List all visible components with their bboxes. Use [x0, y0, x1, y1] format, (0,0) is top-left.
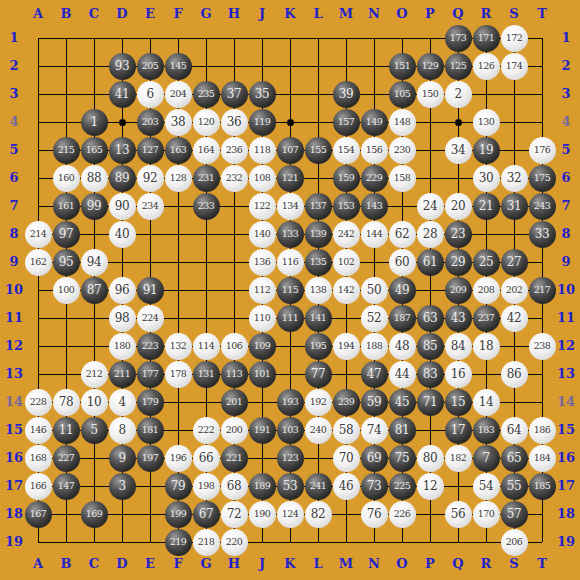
intersection-D19[interactable] — [108, 528, 136, 556]
intersection-K4[interactable] — [276, 108, 304, 136]
intersection-E1[interactable] — [136, 24, 164, 52]
intersection-H8[interactable] — [220, 220, 248, 248]
intersection-O1[interactable] — [388, 24, 416, 52]
intersection-R5[interactable]: 19 — [472, 136, 500, 164]
intersection-H10[interactable] — [220, 276, 248, 304]
intersection-A13[interactable] — [24, 360, 52, 388]
intersection-Q12[interactable]: 84 — [444, 332, 472, 360]
intersection-B13[interactable] — [52, 360, 80, 388]
intersection-K2[interactable] — [276, 52, 304, 80]
intersection-G10[interactable] — [192, 276, 220, 304]
intersection-F8[interactable] — [164, 220, 192, 248]
intersection-G18[interactable]: 67 — [192, 500, 220, 528]
intersection-A19[interactable] — [24, 528, 52, 556]
intersection-C5[interactable]: 165 — [80, 136, 108, 164]
intersection-T19[interactable] — [528, 528, 556, 556]
intersection-O12[interactable]: 48 — [388, 332, 416, 360]
intersection-T16[interactable]: 184 — [528, 444, 556, 472]
intersection-L13[interactable]: 77 — [304, 360, 332, 388]
intersection-L17[interactable]: 241 — [304, 472, 332, 500]
intersection-P4[interactable] — [416, 108, 444, 136]
intersection-S17[interactable]: 55 — [500, 472, 528, 500]
intersection-Q8[interactable]: 23 — [444, 220, 472, 248]
intersection-M12[interactable]: 194 — [332, 332, 360, 360]
intersection-A17[interactable]: 166 — [24, 472, 52, 500]
intersection-T3[interactable] — [528, 80, 556, 108]
intersection-F1[interactable] — [164, 24, 192, 52]
intersection-P9[interactable]: 61 — [416, 248, 444, 276]
intersection-H5[interactable]: 236 — [220, 136, 248, 164]
intersection-B1[interactable] — [52, 24, 80, 52]
intersection-R15[interactable]: 183 — [472, 416, 500, 444]
intersection-Q16[interactable]: 182 — [444, 444, 472, 472]
intersection-H14[interactable]: 201 — [220, 388, 248, 416]
intersection-K18[interactable]: 124 — [276, 500, 304, 528]
intersection-M11[interactable] — [332, 304, 360, 332]
intersection-G6[interactable]: 231 — [192, 164, 220, 192]
intersection-E2[interactable]: 205 — [136, 52, 164, 80]
intersection-O5[interactable]: 230 — [388, 136, 416, 164]
intersection-M14[interactable]: 239 — [332, 388, 360, 416]
intersection-E17[interactable] — [136, 472, 164, 500]
intersection-F14[interactable] — [164, 388, 192, 416]
intersection-J13[interactable]: 101 — [248, 360, 276, 388]
intersection-D3[interactable]: 41 — [108, 80, 136, 108]
intersection-C15[interactable]: 5 — [80, 416, 108, 444]
intersection-T11[interactable] — [528, 304, 556, 332]
intersection-J17[interactable]: 189 — [248, 472, 276, 500]
intersection-E14[interactable]: 179 — [136, 388, 164, 416]
intersection-T4[interactable] — [528, 108, 556, 136]
intersection-G3[interactable]: 235 — [192, 80, 220, 108]
intersection-G14[interactable] — [192, 388, 220, 416]
intersection-N2[interactable] — [360, 52, 388, 80]
intersection-F16[interactable]: 196 — [164, 444, 192, 472]
intersection-D8[interactable]: 40 — [108, 220, 136, 248]
intersection-S13[interactable]: 86 — [500, 360, 528, 388]
intersection-K8[interactable]: 133 — [276, 220, 304, 248]
intersection-D2[interactable]: 93 — [108, 52, 136, 80]
intersection-S16[interactable]: 65 — [500, 444, 528, 472]
intersection-D5[interactable]: 13 — [108, 136, 136, 164]
intersection-T14[interactable] — [528, 388, 556, 416]
intersection-H17[interactable]: 68 — [220, 472, 248, 500]
intersection-T7[interactable]: 243 — [528, 192, 556, 220]
intersection-D18[interactable] — [108, 500, 136, 528]
intersection-P7[interactable]: 24 — [416, 192, 444, 220]
intersection-Q6[interactable] — [444, 164, 472, 192]
intersection-E18[interactable] — [136, 500, 164, 528]
intersection-S19[interactable]: 206 — [500, 528, 528, 556]
intersection-H11[interactable] — [220, 304, 248, 332]
intersection-T15[interactable]: 186 — [528, 416, 556, 444]
intersection-L14[interactable]: 192 — [304, 388, 332, 416]
intersection-T1[interactable] — [528, 24, 556, 52]
intersection-O17[interactable]: 225 — [388, 472, 416, 500]
intersection-O3[interactable]: 105 — [388, 80, 416, 108]
intersection-A8[interactable]: 214 — [24, 220, 52, 248]
intersection-D11[interactable]: 98 — [108, 304, 136, 332]
intersection-N11[interactable]: 52 — [360, 304, 388, 332]
intersection-F6[interactable]: 128 — [164, 164, 192, 192]
intersection-G11[interactable] — [192, 304, 220, 332]
intersection-T5[interactable]: 176 — [528, 136, 556, 164]
intersection-F4[interactable]: 38 — [164, 108, 192, 136]
intersection-N18[interactable]: 76 — [360, 500, 388, 528]
intersection-R2[interactable]: 126 — [472, 52, 500, 80]
intersection-Q13[interactable]: 16 — [444, 360, 472, 388]
intersection-O19[interactable] — [388, 528, 416, 556]
intersection-P11[interactable]: 63 — [416, 304, 444, 332]
intersection-A9[interactable]: 162 — [24, 248, 52, 276]
intersection-G13[interactable]: 131 — [192, 360, 220, 388]
intersection-S15[interactable]: 64 — [500, 416, 528, 444]
intersection-O10[interactable]: 49 — [388, 276, 416, 304]
intersection-D15[interactable]: 8 — [108, 416, 136, 444]
intersection-J5[interactable]: 118 — [248, 136, 276, 164]
intersection-O15[interactable]: 81 — [388, 416, 416, 444]
intersection-J9[interactable]: 136 — [248, 248, 276, 276]
intersection-M3[interactable]: 39 — [332, 80, 360, 108]
intersection-N14[interactable]: 59 — [360, 388, 388, 416]
intersection-L9[interactable]: 135 — [304, 248, 332, 276]
intersection-C13[interactable]: 212 — [80, 360, 108, 388]
intersection-N5[interactable]: 156 — [360, 136, 388, 164]
intersection-F5[interactable]: 163 — [164, 136, 192, 164]
intersection-H16[interactable]: 221 — [220, 444, 248, 472]
intersection-B8[interactable]: 97 — [52, 220, 80, 248]
intersection-N15[interactable]: 74 — [360, 416, 388, 444]
intersection-K15[interactable]: 103 — [276, 416, 304, 444]
intersection-B3[interactable] — [52, 80, 80, 108]
intersection-B4[interactable] — [52, 108, 80, 136]
intersection-F15[interactable] — [164, 416, 192, 444]
intersection-Q14[interactable]: 15 — [444, 388, 472, 416]
intersection-E12[interactable]: 223 — [136, 332, 164, 360]
intersection-O9[interactable]: 60 — [388, 248, 416, 276]
intersection-H3[interactable]: 37 — [220, 80, 248, 108]
intersection-R8[interactable] — [472, 220, 500, 248]
intersection-J15[interactable]: 191 — [248, 416, 276, 444]
intersection-C11[interactable] — [80, 304, 108, 332]
intersection-N13[interactable]: 47 — [360, 360, 388, 388]
intersection-T9[interactable] — [528, 248, 556, 276]
intersection-P1[interactable] — [416, 24, 444, 52]
intersection-M8[interactable]: 242 — [332, 220, 360, 248]
intersection-F19[interactable]: 219 — [164, 528, 192, 556]
intersection-P14[interactable]: 71 — [416, 388, 444, 416]
intersection-O4[interactable]: 148 — [388, 108, 416, 136]
intersection-N10[interactable]: 50 — [360, 276, 388, 304]
intersection-Q15[interactable]: 17 — [444, 416, 472, 444]
intersection-K12[interactable] — [276, 332, 304, 360]
intersection-P2[interactable]: 129 — [416, 52, 444, 80]
intersection-R18[interactable]: 170 — [472, 500, 500, 528]
intersection-O16[interactable]: 75 — [388, 444, 416, 472]
intersection-P13[interactable]: 83 — [416, 360, 444, 388]
intersection-D12[interactable]: 180 — [108, 332, 136, 360]
intersection-H18[interactable]: 72 — [220, 500, 248, 528]
intersection-D14[interactable]: 4 — [108, 388, 136, 416]
intersection-R4[interactable]: 130 — [472, 108, 500, 136]
intersection-B14[interactable]: 78 — [52, 388, 80, 416]
intersection-J2[interactable] — [248, 52, 276, 80]
intersection-O6[interactable]: 158 — [388, 164, 416, 192]
intersection-Q11[interactable]: 43 — [444, 304, 472, 332]
intersection-G15[interactable]: 222 — [192, 416, 220, 444]
intersection-P3[interactable]: 150 — [416, 80, 444, 108]
intersection-K19[interactable] — [276, 528, 304, 556]
intersection-K6[interactable]: 121 — [276, 164, 304, 192]
intersection-J19[interactable] — [248, 528, 276, 556]
intersection-L6[interactable] — [304, 164, 332, 192]
intersection-E5[interactable]: 127 — [136, 136, 164, 164]
intersection-D6[interactable]: 89 — [108, 164, 136, 192]
intersection-R3[interactable] — [472, 80, 500, 108]
intersection-G8[interactable] — [192, 220, 220, 248]
intersection-N1[interactable] — [360, 24, 388, 52]
intersection-R13[interactable] — [472, 360, 500, 388]
intersection-M7[interactable]: 153 — [332, 192, 360, 220]
intersection-K9[interactable]: 116 — [276, 248, 304, 276]
intersection-D16[interactable]: 9 — [108, 444, 136, 472]
intersection-Q5[interactable]: 34 — [444, 136, 472, 164]
intersection-J3[interactable]: 35 — [248, 80, 276, 108]
intersection-F9[interactable] — [164, 248, 192, 276]
intersection-H6[interactable]: 232 — [220, 164, 248, 192]
intersection-K11[interactable]: 111 — [276, 304, 304, 332]
intersection-B7[interactable]: 161 — [52, 192, 80, 220]
intersection-C19[interactable] — [80, 528, 108, 556]
intersection-L2[interactable] — [304, 52, 332, 80]
intersection-H2[interactable] — [220, 52, 248, 80]
intersection-C2[interactable] — [80, 52, 108, 80]
intersection-J12[interactable]: 109 — [248, 332, 276, 360]
intersection-L19[interactable] — [304, 528, 332, 556]
intersection-E19[interactable] — [136, 528, 164, 556]
intersection-H12[interactable]: 106 — [220, 332, 248, 360]
intersection-B15[interactable]: 11 — [52, 416, 80, 444]
intersection-N4[interactable]: 149 — [360, 108, 388, 136]
intersection-L12[interactable]: 195 — [304, 332, 332, 360]
intersection-P6[interactable] — [416, 164, 444, 192]
intersection-O8[interactable]: 62 — [388, 220, 416, 248]
intersection-S14[interactable] — [500, 388, 528, 416]
intersection-E11[interactable]: 224 — [136, 304, 164, 332]
intersection-B12[interactable] — [52, 332, 80, 360]
intersection-F7[interactable] — [164, 192, 192, 220]
intersection-G7[interactable]: 233 — [192, 192, 220, 220]
intersection-R7[interactable]: 21 — [472, 192, 500, 220]
intersection-P16[interactable]: 80 — [416, 444, 444, 472]
intersection-L18[interactable]: 82 — [304, 500, 332, 528]
intersection-N16[interactable]: 69 — [360, 444, 388, 472]
intersection-R9[interactable]: 25 — [472, 248, 500, 276]
intersection-R11[interactable]: 237 — [472, 304, 500, 332]
intersection-K14[interactable]: 193 — [276, 388, 304, 416]
intersection-D10[interactable]: 96 — [108, 276, 136, 304]
intersection-D7[interactable]: 90 — [108, 192, 136, 220]
intersection-J7[interactable]: 122 — [248, 192, 276, 220]
intersection-Q17[interactable] — [444, 472, 472, 500]
intersection-B10[interactable]: 100 — [52, 276, 80, 304]
intersection-O18[interactable]: 226 — [388, 500, 416, 528]
intersection-E16[interactable]: 197 — [136, 444, 164, 472]
intersection-C3[interactable] — [80, 80, 108, 108]
intersection-J11[interactable]: 110 — [248, 304, 276, 332]
intersection-F17[interactable]: 79 — [164, 472, 192, 500]
intersection-C17[interactable] — [80, 472, 108, 500]
intersection-F10[interactable] — [164, 276, 192, 304]
intersection-T2[interactable] — [528, 52, 556, 80]
intersection-B5[interactable]: 215 — [52, 136, 80, 164]
intersection-C1[interactable] — [80, 24, 108, 52]
intersection-K17[interactable]: 53 — [276, 472, 304, 500]
intersection-E13[interactable]: 177 — [136, 360, 164, 388]
intersection-N8[interactable]: 144 — [360, 220, 388, 248]
intersection-D13[interactable]: 211 — [108, 360, 136, 388]
intersection-F13[interactable]: 178 — [164, 360, 192, 388]
intersection-M17[interactable]: 46 — [332, 472, 360, 500]
intersection-O14[interactable]: 45 — [388, 388, 416, 416]
intersection-R6[interactable]: 30 — [472, 164, 500, 192]
intersection-P15[interactable] — [416, 416, 444, 444]
intersection-N12[interactable]: 188 — [360, 332, 388, 360]
intersection-L5[interactable]: 155 — [304, 136, 332, 164]
intersection-R19[interactable] — [472, 528, 500, 556]
intersection-O2[interactable]: 151 — [388, 52, 416, 80]
intersection-H1[interactable] — [220, 24, 248, 52]
intersection-C10[interactable]: 87 — [80, 276, 108, 304]
intersection-M18[interactable] — [332, 500, 360, 528]
intersection-P10[interactable] — [416, 276, 444, 304]
intersection-L7[interactable]: 137 — [304, 192, 332, 220]
intersection-R17[interactable]: 54 — [472, 472, 500, 500]
intersection-K7[interactable]: 134 — [276, 192, 304, 220]
intersection-H15[interactable]: 200 — [220, 416, 248, 444]
intersection-L16[interactable] — [304, 444, 332, 472]
intersection-L1[interactable] — [304, 24, 332, 52]
intersection-S7[interactable]: 31 — [500, 192, 528, 220]
intersection-N6[interactable]: 229 — [360, 164, 388, 192]
intersection-J4[interactable]: 119 — [248, 108, 276, 136]
intersection-F11[interactable] — [164, 304, 192, 332]
intersection-B19[interactable] — [52, 528, 80, 556]
intersection-G12[interactable]: 114 — [192, 332, 220, 360]
intersection-M16[interactable]: 70 — [332, 444, 360, 472]
intersection-A18[interactable]: 167 — [24, 500, 52, 528]
intersection-G5[interactable]: 164 — [192, 136, 220, 164]
intersection-P19[interactable] — [416, 528, 444, 556]
intersection-A10[interactable] — [24, 276, 52, 304]
intersection-P17[interactable]: 12 — [416, 472, 444, 500]
intersection-L11[interactable]: 141 — [304, 304, 332, 332]
intersection-D4[interactable] — [108, 108, 136, 136]
intersection-R12[interactable]: 18 — [472, 332, 500, 360]
intersection-B17[interactable]: 147 — [52, 472, 80, 500]
intersection-G17[interactable]: 198 — [192, 472, 220, 500]
intersection-J1[interactable] — [248, 24, 276, 52]
intersection-A14[interactable]: 228 — [24, 388, 52, 416]
intersection-S9[interactable]: 27 — [500, 248, 528, 276]
intersection-K16[interactable]: 123 — [276, 444, 304, 472]
intersection-B9[interactable]: 95 — [52, 248, 80, 276]
intersection-B6[interactable]: 160 — [52, 164, 80, 192]
intersection-L10[interactable]: 138 — [304, 276, 332, 304]
intersection-S1[interactable]: 172 — [500, 24, 528, 52]
intersection-G9[interactable] — [192, 248, 220, 276]
intersection-H4[interactable]: 36 — [220, 108, 248, 136]
intersection-N9[interactable] — [360, 248, 388, 276]
intersection-N19[interactable] — [360, 528, 388, 556]
intersection-C6[interactable]: 88 — [80, 164, 108, 192]
intersection-F18[interactable]: 199 — [164, 500, 192, 528]
intersection-S12[interactable] — [500, 332, 528, 360]
intersection-C9[interactable]: 94 — [80, 248, 108, 276]
intersection-T10[interactable]: 217 — [528, 276, 556, 304]
intersection-A1[interactable] — [24, 24, 52, 52]
intersection-M10[interactable]: 142 — [332, 276, 360, 304]
intersection-F3[interactable]: 204 — [164, 80, 192, 108]
intersection-R16[interactable]: 7 — [472, 444, 500, 472]
intersection-J16[interactable] — [248, 444, 276, 472]
intersection-A6[interactable] — [24, 164, 52, 192]
intersection-T18[interactable] — [528, 500, 556, 528]
intersection-H13[interactable]: 113 — [220, 360, 248, 388]
intersection-M13[interactable] — [332, 360, 360, 388]
intersection-P12[interactable]: 85 — [416, 332, 444, 360]
intersection-E15[interactable]: 181 — [136, 416, 164, 444]
intersection-R10[interactable]: 208 — [472, 276, 500, 304]
intersection-D1[interactable] — [108, 24, 136, 52]
intersection-E7[interactable]: 234 — [136, 192, 164, 220]
intersection-T6[interactable]: 175 — [528, 164, 556, 192]
intersection-P8[interactable]: 28 — [416, 220, 444, 248]
intersection-S3[interactable] — [500, 80, 528, 108]
intersection-K5[interactable]: 107 — [276, 136, 304, 164]
intersection-O7[interactable] — [388, 192, 416, 220]
intersection-K3[interactable] — [276, 80, 304, 108]
intersection-S6[interactable]: 32 — [500, 164, 528, 192]
intersection-K13[interactable] — [276, 360, 304, 388]
intersection-M9[interactable]: 102 — [332, 248, 360, 276]
intersection-Q3[interactable]: 2 — [444, 80, 472, 108]
intersection-Q18[interactable]: 56 — [444, 500, 472, 528]
intersection-R14[interactable]: 14 — [472, 388, 500, 416]
intersection-A12[interactable] — [24, 332, 52, 360]
intersection-Q9[interactable]: 29 — [444, 248, 472, 276]
intersection-N17[interactable]: 73 — [360, 472, 388, 500]
intersection-J6[interactable]: 108 — [248, 164, 276, 192]
intersection-A11[interactable] — [24, 304, 52, 332]
intersection-C16[interactable] — [80, 444, 108, 472]
intersection-M6[interactable]: 159 — [332, 164, 360, 192]
intersection-K1[interactable] — [276, 24, 304, 52]
intersection-K10[interactable]: 115 — [276, 276, 304, 304]
intersection-C8[interactable] — [80, 220, 108, 248]
intersection-C7[interactable]: 99 — [80, 192, 108, 220]
intersection-O13[interactable]: 44 — [388, 360, 416, 388]
intersection-Q7[interactable]: 20 — [444, 192, 472, 220]
intersection-N3[interactable] — [360, 80, 388, 108]
intersection-C4[interactable]: 1 — [80, 108, 108, 136]
intersection-G1[interactable] — [192, 24, 220, 52]
intersection-L4[interactable] — [304, 108, 332, 136]
intersection-S10[interactable]: 202 — [500, 276, 528, 304]
intersection-G4[interactable]: 120 — [192, 108, 220, 136]
intersection-T13[interactable] — [528, 360, 556, 388]
intersection-R1[interactable]: 171 — [472, 24, 500, 52]
